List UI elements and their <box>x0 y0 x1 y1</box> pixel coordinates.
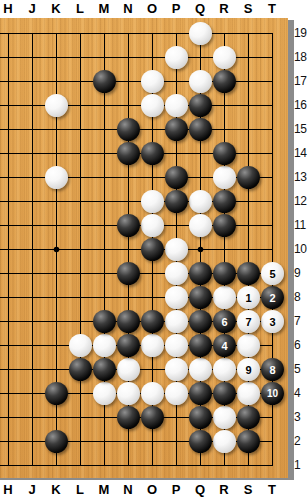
column-label: M <box>99 0 110 18</box>
stone-white-r2 <box>213 430 236 453</box>
column-label: J <box>28 0 35 18</box>
row-label: 18 <box>294 50 307 64</box>
stone-black-m5 <box>93 358 116 381</box>
stone-black-r17 <box>213 70 236 93</box>
stone-black-m17 <box>93 70 116 93</box>
stone-white-o12 <box>141 190 164 213</box>
stone-white-s8-move-1: 1 <box>237 286 260 309</box>
stone-white-p5 <box>165 358 188 381</box>
column-label: N <box>123 481 132 499</box>
column-label: H <box>3 481 12 499</box>
stone-black-r11 <box>213 214 236 237</box>
stone-black-t5-move-8: 8 <box>261 358 284 381</box>
stone-white-r5 <box>213 358 236 381</box>
stone-black-p15 <box>165 118 188 141</box>
stone-black-q3 <box>189 406 212 429</box>
stone-black-o7 <box>141 310 164 333</box>
row-label: 15 <box>294 122 307 136</box>
row-label: 14 <box>294 146 307 160</box>
stone-white-o6 <box>141 334 164 357</box>
stone-white-r13 <box>213 166 236 189</box>
column-label: P <box>172 0 181 18</box>
row-label: 6 <box>294 338 300 352</box>
stone-black-q8 <box>189 286 212 309</box>
row-label: 5 <box>294 362 300 376</box>
stone-white-q11 <box>189 214 212 237</box>
stone-white-r3 <box>213 406 236 429</box>
stone-white-k16 <box>45 94 68 117</box>
stone-black-q9 <box>189 262 212 285</box>
stone-white-t9-move-5: 5 <box>261 262 284 285</box>
stone-white-p16 <box>165 94 188 117</box>
stone-white-o4 <box>141 382 164 405</box>
stone-white-s7-move-7: 7 <box>237 310 260 333</box>
stone-black-n15 <box>117 118 140 141</box>
stone-black-s3 <box>237 406 260 429</box>
stone-black-s13 <box>237 166 260 189</box>
row-label: 12 <box>294 194 307 208</box>
stone-black-n7 <box>117 310 140 333</box>
column-label: T <box>268 481 276 499</box>
stone-black-k4 <box>45 382 68 405</box>
row-label: 11 <box>294 218 306 232</box>
stone-black-r7-move-6: 6 <box>213 310 236 333</box>
stone-white-q17 <box>189 70 212 93</box>
star-point <box>54 247 60 253</box>
stone-white-p4 <box>165 382 188 405</box>
stone-white-p9 <box>165 262 188 285</box>
column-label: L <box>76 0 84 18</box>
stone-black-q16 <box>189 94 212 117</box>
row-label: 8 <box>294 290 300 304</box>
column-label: M <box>99 481 110 499</box>
column-label: T <box>268 0 276 18</box>
go-diagram: HJKLMNOPQRST 12345678910 191817161514131… <box>0 0 308 500</box>
stone-black-t4-move-10: 10 <box>261 382 284 405</box>
board-edge-shadow-bottom <box>0 478 294 480</box>
go-board[interactable]: 12345678910 <box>0 18 288 478</box>
stone-white-m4 <box>93 382 116 405</box>
column-label: K <box>51 0 60 18</box>
stone-black-t8-move-2: 2 <box>261 286 284 309</box>
row-label: 19 <box>294 26 307 40</box>
stone-black-n14 <box>117 142 140 165</box>
stone-black-n6 <box>117 334 140 357</box>
column-label: S <box>244 481 253 499</box>
column-label: N <box>123 0 132 18</box>
stone-black-r9 <box>213 262 236 285</box>
stone-black-r6-move-4: 4 <box>213 334 236 357</box>
stone-white-s6 <box>237 334 260 357</box>
stone-white-p10 <box>165 238 188 261</box>
stone-black-n3 <box>117 406 140 429</box>
stone-black-r4 <box>213 382 236 405</box>
row-label: 16 <box>294 98 307 112</box>
stone-black-n9 <box>117 262 140 285</box>
row-label: 1 <box>294 458 300 472</box>
column-label: R <box>219 481 228 499</box>
column-label: J <box>28 481 35 499</box>
row-label: 3 <box>294 410 300 424</box>
stone-white-k13 <box>45 166 68 189</box>
row-label: 7 <box>294 314 300 328</box>
stone-white-q19 <box>189 22 212 45</box>
stone-white-m6 <box>93 334 116 357</box>
column-label: Q <box>195 481 205 499</box>
stone-black-q15 <box>189 118 212 141</box>
stone-black-q7 <box>189 310 212 333</box>
stone-white-o17 <box>141 70 164 93</box>
row-label: 9 <box>294 266 300 280</box>
stone-black-p12 <box>165 190 188 213</box>
stone-white-o11 <box>141 214 164 237</box>
stone-white-p7 <box>165 310 188 333</box>
stone-white-p6 <box>165 334 188 357</box>
column-label: K <box>51 481 60 499</box>
stone-black-q4 <box>189 382 212 405</box>
stone-white-p18 <box>165 46 188 69</box>
row-label: 2 <box>294 434 300 448</box>
stone-white-l6 <box>69 334 92 357</box>
stone-black-s9 <box>237 262 260 285</box>
stone-black-k2 <box>45 430 68 453</box>
column-label: O <box>147 0 157 18</box>
row-label: 13 <box>294 170 307 184</box>
stone-white-o16 <box>141 94 164 117</box>
stone-white-q5 <box>189 358 212 381</box>
stone-black-q2 <box>189 430 212 453</box>
stone-white-n4 <box>117 382 140 405</box>
stone-black-r14 <box>213 142 236 165</box>
row-label: 10 <box>294 242 307 256</box>
star-point <box>198 247 204 253</box>
stone-black-s2 <box>237 430 260 453</box>
column-label: P <box>172 481 181 499</box>
column-label: S <box>244 0 253 18</box>
row-label: 17 <box>294 74 307 88</box>
stone-black-r12 <box>213 190 236 213</box>
stone-white-p8 <box>165 286 188 309</box>
stone-white-r8 <box>213 286 236 309</box>
stone-white-s5-move-9: 9 <box>237 358 260 381</box>
stone-black-l5 <box>69 358 92 381</box>
column-label: Q <box>195 0 205 18</box>
column-label: H <box>3 0 12 18</box>
stone-black-n11 <box>117 214 140 237</box>
column-label: L <box>76 481 84 499</box>
stone-black-p13 <box>165 166 188 189</box>
stone-black-o3 <box>141 406 164 429</box>
stone-black-o10 <box>141 238 164 261</box>
stone-white-n5 <box>117 358 140 381</box>
column-label: O <box>147 481 157 499</box>
row-label: 4 <box>294 386 300 400</box>
stone-white-s4 <box>237 382 260 405</box>
stone-white-t7-move-3: 3 <box>261 310 284 333</box>
column-label: R <box>219 0 228 18</box>
stone-black-o14 <box>141 142 164 165</box>
stone-white-r18 <box>213 46 236 69</box>
stone-black-m7 <box>93 310 116 333</box>
stone-black-q6 <box>189 334 212 357</box>
stone-white-q12 <box>189 190 212 213</box>
